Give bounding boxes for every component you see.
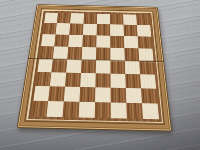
- square-e7[interactable]: [97, 24, 111, 36]
- square-a4[interactable]: [37, 59, 53, 72]
- square-c7[interactable]: [69, 24, 83, 36]
- square-g6[interactable]: [124, 36, 138, 48]
- square-h7[interactable]: [137, 25, 151, 37]
- square-g2[interactable]: [126, 88, 142, 103]
- square-f6[interactable]: [110, 36, 124, 48]
- square-d6[interactable]: [82, 35, 96, 47]
- square-b2[interactable]: [49, 86, 66, 101]
- square-c1[interactable]: [63, 101, 80, 117]
- square-c8[interactable]: [70, 13, 84, 24]
- square-h3[interactable]: [140, 74, 156, 88]
- board-squares: [31, 12, 159, 119]
- square-e8[interactable]: [97, 13, 110, 24]
- square-e3[interactable]: [95, 73, 110, 87]
- square-h1[interactable]: [142, 103, 159, 119]
- square-h8[interactable]: [136, 14, 150, 25]
- square-h4[interactable]: [139, 61, 155, 75]
- square-a3[interactable]: [35, 72, 52, 86]
- square-f2[interactable]: [110, 87, 126, 102]
- square-d8[interactable]: [84, 13, 98, 24]
- square-a2[interactable]: [33, 86, 50, 101]
- square-b3[interactable]: [50, 72, 66, 86]
- square-e1[interactable]: [95, 102, 111, 118]
- square-b1[interactable]: [47, 101, 64, 117]
- square-e6[interactable]: [96, 36, 110, 48]
- chess-board-wrapper: [0, 0, 200, 150]
- square-h2[interactable]: [141, 88, 157, 103]
- square-b6[interactable]: [54, 35, 69, 47]
- chess-board: [17, 4, 172, 131]
- square-c3[interactable]: [65, 73, 81, 87]
- square-f4[interactable]: [110, 60, 125, 74]
- frame-inlay-line: [26, 10, 163, 123]
- square-e4[interactable]: [96, 60, 111, 74]
- square-g4[interactable]: [125, 61, 140, 75]
- frame-inner-band: [28, 10, 162, 121]
- square-d1[interactable]: [79, 101, 95, 117]
- square-g3[interactable]: [125, 74, 141, 88]
- square-f8[interactable]: [110, 14, 123, 25]
- board-frame: [17, 4, 172, 131]
- square-b4[interactable]: [52, 59, 68, 73]
- square-h6[interactable]: [137, 37, 152, 49]
- square-g8[interactable]: [123, 14, 137, 25]
- square-a7[interactable]: [42, 23, 57, 35]
- square-c6[interactable]: [68, 35, 83, 47]
- square-c4[interactable]: [66, 59, 81, 73]
- square-f7[interactable]: [110, 25, 124, 37]
- square-f3[interactable]: [110, 74, 125, 88]
- square-b8[interactable]: [57, 13, 71, 24]
- square-a8[interactable]: [44, 12, 58, 23]
- square-d2[interactable]: [80, 87, 96, 102]
- square-d7[interactable]: [83, 24, 97, 36]
- square-a1[interactable]: [31, 100, 49, 116]
- square-b7[interactable]: [56, 23, 71, 35]
- square-f1[interactable]: [111, 102, 127, 118]
- square-d3[interactable]: [80, 73, 95, 87]
- square-e2[interactable]: [95, 87, 111, 102]
- square-d4[interactable]: [81, 60, 96, 74]
- square-g1[interactable]: [126, 103, 143, 119]
- square-c2[interactable]: [64, 86, 80, 101]
- square-g7[interactable]: [123, 25, 137, 37]
- square-a6[interactable]: [41, 34, 56, 46]
